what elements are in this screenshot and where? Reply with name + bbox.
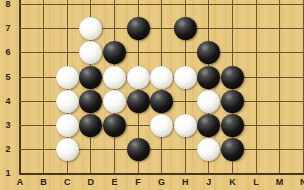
stone-black-K3[interactable] <box>221 114 244 137</box>
stone-white-J4[interactable] <box>197 90 220 113</box>
col-label-G: G <box>154 177 170 188</box>
col-label-E: E <box>106 177 122 188</box>
stone-white-C4[interactable] <box>56 90 79 113</box>
col-label-M: M <box>272 177 288 188</box>
row-label-3: 3 <box>0 120 16 131</box>
grid-hline-7 <box>19 28 304 29</box>
stone-white-J2[interactable] <box>197 138 220 161</box>
col-label-D: D <box>83 177 99 188</box>
stone-black-F7[interactable] <box>127 17 150 40</box>
col-label-A: A <box>12 177 28 188</box>
stone-black-K2[interactable] <box>221 138 244 161</box>
go-board: 87654321 ABCDEFGHJKLMN <box>0 0 304 190</box>
stone-black-E6[interactable] <box>103 41 126 64</box>
stone-black-D3[interactable] <box>79 114 102 137</box>
stone-black-G4[interactable] <box>150 90 173 113</box>
row-label-7: 7 <box>0 23 16 34</box>
stone-white-H5[interactable] <box>174 66 197 89</box>
stone-white-C5[interactable] <box>56 66 79 89</box>
stone-white-E5[interactable] <box>103 66 126 89</box>
stone-black-F4[interactable] <box>127 90 150 113</box>
stone-white-G5[interactable] <box>150 66 173 89</box>
stone-black-K5[interactable] <box>221 66 244 89</box>
row-label-4: 4 <box>0 96 16 107</box>
stone-black-K4[interactable] <box>221 90 244 113</box>
stone-black-J6[interactable] <box>197 41 220 64</box>
col-label-N: N <box>295 177 304 188</box>
stone-white-D7[interactable] <box>79 17 102 40</box>
col-label-J: J <box>201 177 217 188</box>
grid-hline-8 <box>19 4 304 5</box>
stone-white-F5[interactable] <box>127 66 150 89</box>
stone-white-C2[interactable] <box>56 138 79 161</box>
row-label-2: 2 <box>0 144 16 155</box>
row-label-8: 8 <box>0 0 16 10</box>
stone-black-H7[interactable] <box>174 17 197 40</box>
row-label-6: 6 <box>0 47 16 58</box>
stone-black-J5[interactable] <box>197 66 220 89</box>
row-label-5: 5 <box>0 72 16 83</box>
col-label-L: L <box>248 177 264 188</box>
stone-white-C3[interactable] <box>56 114 79 137</box>
stone-white-D6[interactable] <box>79 41 102 64</box>
col-label-H: H <box>177 177 193 188</box>
stone-black-J3[interactable] <box>197 114 220 137</box>
stone-white-H3[interactable] <box>174 114 197 137</box>
col-label-F: F <box>130 177 146 188</box>
stone-black-D5[interactable] <box>79 66 102 89</box>
grid-hline-6 <box>19 52 304 53</box>
stone-black-D4[interactable] <box>79 90 102 113</box>
stone-black-F2[interactable] <box>127 138 150 161</box>
col-label-K: K <box>224 177 240 188</box>
col-label-B: B <box>36 177 52 188</box>
stone-black-E3[interactable] <box>103 114 126 137</box>
grid-hline-1 <box>19 173 304 175</box>
stone-white-G3[interactable] <box>150 114 173 137</box>
col-label-C: C <box>59 177 75 188</box>
stone-white-E4[interactable] <box>103 90 126 113</box>
